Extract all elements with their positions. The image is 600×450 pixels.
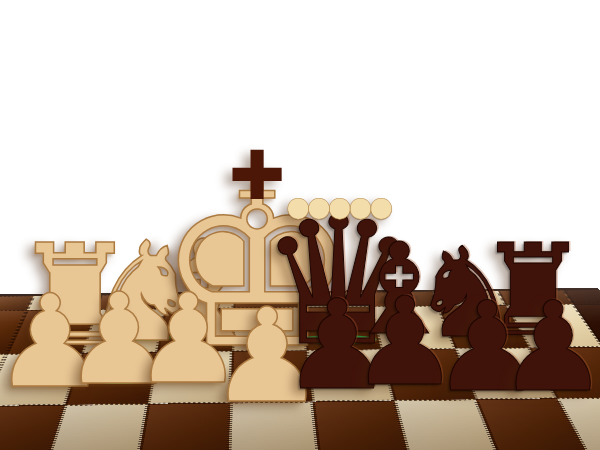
black-pawn-4: ♟: [497, 285, 600, 409]
chess-set-photo: ABCDEF72 ♜♞♝♚✚♟♟♟♟♛●●●●●♝♞♜♟♟♟♟: [0, 0, 600, 450]
pieces-layer: ♜♞♝♚✚♟♟♟♟♛●●●●●♝♞♜♟♟♟♟: [0, 0, 600, 450]
black-pawn-glyph: ♟: [497, 275, 600, 419]
